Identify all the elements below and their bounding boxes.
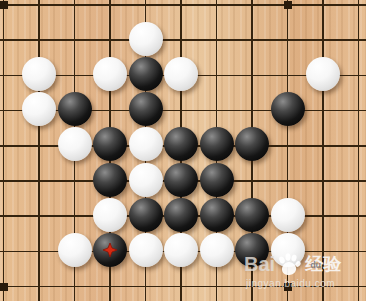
stone-white	[164, 233, 198, 267]
watermark-url: jingyan.baidu.com	[246, 279, 364, 289]
stone-black	[129, 198, 163, 232]
grid-line-horizontal-0	[0, 4, 366, 6]
stone-black	[200, 127, 234, 161]
stone-black	[164, 163, 198, 197]
grid-line-vertical-1	[38, 0, 40, 301]
stone-black	[200, 198, 234, 232]
grid-line-horizontal-1	[0, 39, 366, 41]
baidu-paw-icon: du	[276, 251, 302, 277]
stone-white	[93, 57, 127, 91]
stone-white	[200, 233, 234, 267]
star-point	[0, 1, 8, 9]
star-point	[0, 283, 8, 291]
stone-black	[93, 233, 127, 267]
watermark-brand-line: Bai du 经验	[244, 252, 364, 276]
stone-black	[129, 92, 163, 126]
stone-white	[22, 57, 56, 91]
stone-white	[129, 127, 163, 161]
stone-white	[129, 163, 163, 197]
stone-black	[129, 57, 163, 91]
stone-black	[58, 92, 92, 126]
stone-white	[129, 233, 163, 267]
watermark-du-text: du	[310, 261, 321, 270]
stone-white	[129, 22, 163, 56]
last-move-marker	[103, 243, 117, 257]
grid-line-vertical-0	[3, 0, 5, 301]
watermark-bai-text: Bai	[244, 254, 275, 274]
stone-black	[164, 127, 198, 161]
stone-white	[271, 198, 305, 232]
stone-white	[164, 57, 198, 91]
baidu-jingyan-watermark: Bai du 经验 jingyan.baidu.com	[244, 252, 364, 289]
stone-white	[306, 57, 340, 91]
stone-white	[58, 233, 92, 267]
star-point	[284, 1, 292, 9]
stone-black	[200, 163, 234, 197]
go-board: Bai du 经验 jingyan.baidu.com	[0, 0, 366, 301]
stone-black	[271, 92, 305, 126]
stone-black	[93, 163, 127, 197]
stone-black	[93, 127, 127, 161]
stone-black	[235, 198, 269, 232]
stone-black	[164, 198, 198, 232]
stone-white	[93, 198, 127, 232]
stone-black	[235, 127, 269, 161]
stone-white	[58, 127, 92, 161]
stone-white	[22, 92, 56, 126]
